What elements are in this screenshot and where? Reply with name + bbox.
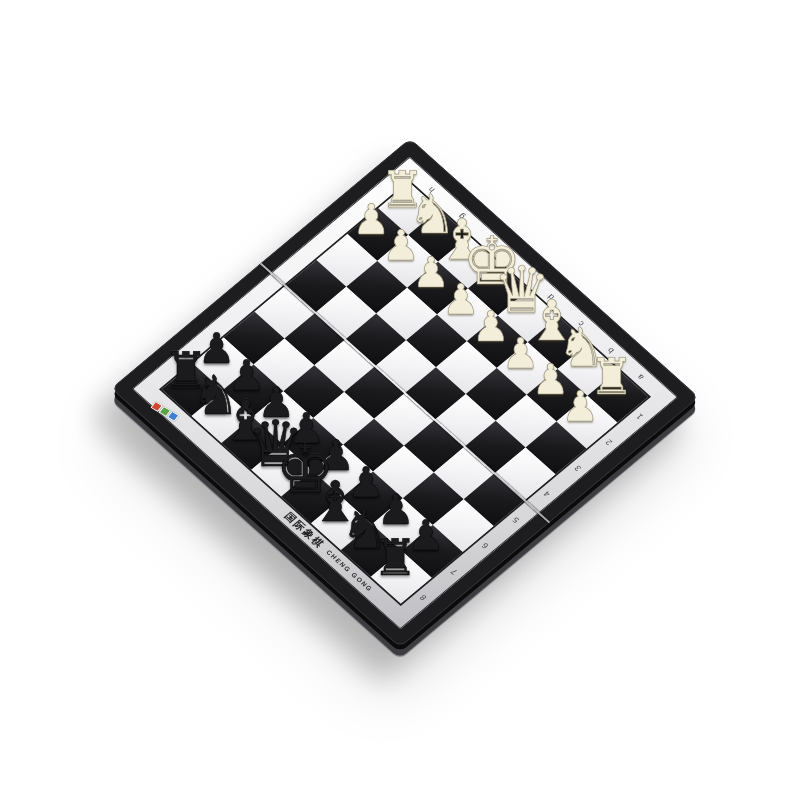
chess-board-wrap: hgfedcba12345678 ♜♞♝♚♛♝♞♜♟♟♟♟♟♟♟♟♟♟♟♟♟♟♟…	[197, 185, 613, 601]
board-frame: hgfedcba12345678 ♜♞♝♚♛♝♞♜♟♟♟♟♟♟♟♟♟♟♟♟♟♟♟…	[111, 138, 699, 647]
black-rook-icon: ♜	[360, 533, 430, 583]
brand-logo-sticker	[150, 401, 179, 422]
product-photo-stage: hgfedcba12345678 ♜♞♝♚♛♝♞♜♟♟♟♟♟♟♟♟♟♟♟♟♟♟♟…	[0, 0, 800, 800]
